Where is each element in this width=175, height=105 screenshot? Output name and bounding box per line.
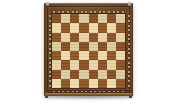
- nail-stud-icon: [62, 11, 64, 13]
- nail-stud-icon: [128, 34, 130, 36]
- square-r6c7[interactable]: [107, 60, 116, 69]
- square-r3c5[interactable]: [89, 33, 98, 42]
- square-r5c6[interactable]: [98, 51, 107, 60]
- square-r1c7[interactable]: [107, 14, 116, 23]
- nail-stud-icon: [128, 66, 130, 68]
- nail-stud-icon: [49, 38, 51, 40]
- nail-stud-icon: [85, 11, 87, 13]
- nail-stud-icon: [49, 66, 51, 68]
- nail-stud-icon: [49, 29, 51, 31]
- nail-stud-icon: [49, 34, 51, 36]
- hinge-icon: [46, 2, 49, 6]
- square-r2c3[interactable]: [70, 23, 79, 32]
- nail-stud-icon: [76, 11, 78, 13]
- nail-stud-icon: [128, 85, 130, 87]
- nail-stud-icon: [108, 11, 110, 13]
- chess-board[interactable]: [44, 3, 133, 96]
- square-r5c3[interactable]: [70, 51, 79, 60]
- square-r4c6[interactable]: [98, 42, 107, 51]
- nail-stud-icon: [128, 38, 130, 40]
- nail-stud-icon: [122, 11, 124, 13]
- square-r7c2[interactable]: [61, 70, 70, 79]
- square-r3c8[interactable]: [116, 33, 125, 42]
- square-r7c6[interactable]: [98, 70, 107, 79]
- square-r3c3[interactable]: [70, 33, 79, 42]
- square-r7c5[interactable]: [89, 70, 98, 79]
- nail-stud-icon: [49, 25, 51, 27]
- nail-stud-icon: [128, 43, 130, 45]
- square-r8c2[interactable]: [61, 79, 70, 88]
- square-r4c3[interactable]: [70, 42, 79, 51]
- square-r1c8[interactable]: [116, 14, 125, 23]
- nail-stud-icon: [49, 80, 51, 82]
- nail-stud-icon: [90, 11, 92, 13]
- square-r2c8[interactable]: [116, 23, 125, 32]
- square-r8c1[interactable]: [52, 79, 61, 88]
- square-r4c8[interactable]: [116, 42, 125, 51]
- square-r6c1[interactable]: [52, 60, 61, 69]
- nail-stud-icon: [128, 52, 130, 54]
- nail-stud-icon: [49, 48, 51, 50]
- square-r5c7[interactable]: [107, 51, 116, 60]
- square-r6c2[interactable]: [61, 60, 70, 69]
- nail-stud-icon: [81, 11, 83, 13]
- nail-stud-icon: [128, 75, 130, 77]
- square-r1c5[interactable]: [89, 14, 98, 23]
- square-r2c1[interactable]: [52, 23, 61, 32]
- square-r5c2[interactable]: [61, 51, 70, 60]
- square-r4c2[interactable]: [61, 42, 70, 51]
- square-r4c7[interactable]: [107, 42, 116, 51]
- nail-stud-icon: [49, 52, 51, 54]
- nail-stud-icon: [128, 29, 130, 31]
- square-r1c2[interactable]: [61, 14, 70, 23]
- nail-stud-icon: [94, 11, 96, 13]
- nail-stud-icon: [113, 11, 115, 13]
- square-r2c4[interactable]: [79, 23, 88, 32]
- square-r5c4[interactable]: [79, 51, 88, 60]
- nail-stud-icon: [67, 11, 69, 13]
- nail-stud-icon: [49, 43, 51, 45]
- nail-stud-icon: [49, 62, 51, 64]
- board-grid: [52, 14, 125, 88]
- square-r8c8[interactable]: [116, 79, 125, 88]
- nail-stud-icon: [49, 85, 51, 87]
- square-r1c6[interactable]: [98, 14, 107, 23]
- square-r1c3[interactable]: [70, 14, 79, 23]
- square-r2c7[interactable]: [107, 23, 116, 32]
- square-r2c6[interactable]: [98, 23, 107, 32]
- nail-stud-icon: [128, 71, 130, 73]
- square-r7c8[interactable]: [116, 70, 125, 79]
- square-r5c1[interactable]: [52, 51, 61, 60]
- square-r6c4[interactable]: [79, 60, 88, 69]
- nail-stud-icon: [128, 48, 130, 50]
- square-r3c6[interactable]: [98, 33, 107, 42]
- square-r1c1[interactable]: [52, 14, 61, 23]
- square-r6c8[interactable]: [116, 60, 125, 69]
- product-photo-scene: [0, 0, 175, 105]
- square-r8c5[interactable]: [89, 79, 98, 88]
- square-r6c3[interactable]: [70, 60, 79, 69]
- square-r3c7[interactable]: [107, 33, 116, 42]
- square-r3c1[interactable]: [52, 33, 61, 42]
- square-r6c5[interactable]: [89, 60, 98, 69]
- square-r8c4[interactable]: [79, 79, 88, 88]
- nail-stud-icon: [103, 11, 105, 13]
- square-r8c3[interactable]: [70, 79, 79, 88]
- nail-stud-icon: [49, 75, 51, 77]
- square-r7c3[interactable]: [70, 70, 79, 79]
- square-r1c4[interactable]: [79, 14, 88, 23]
- nail-stud-icon: [128, 80, 130, 82]
- nail-stud-icon: [72, 11, 74, 13]
- nail-stud-icon: [53, 11, 55, 13]
- square-r4c1[interactable]: [52, 42, 61, 51]
- board-foot: [129, 95, 132, 98]
- square-r8c6[interactable]: [98, 79, 107, 88]
- nail-stud-icon: [117, 11, 119, 13]
- box-side-edge: [45, 92, 132, 96]
- square-r8c7[interactable]: [107, 79, 116, 88]
- nail-stud-icon: [128, 57, 130, 59]
- square-r7c1[interactable]: [52, 70, 61, 79]
- nail-stud-icon: [49, 15, 51, 17]
- nail-stud-icon: [49, 71, 51, 73]
- nail-stud-icon: [128, 15, 130, 17]
- board-foot: [45, 95, 48, 98]
- square-r3c2[interactable]: [61, 33, 70, 42]
- nail-stud-icon: [99, 11, 101, 13]
- nail-stud-icon: [128, 62, 130, 64]
- square-r3c4[interactable]: [79, 33, 88, 42]
- square-r5c5[interactable]: [89, 51, 98, 60]
- square-r2c5[interactable]: [89, 23, 98, 32]
- square-r5c8[interactable]: [116, 51, 125, 60]
- hinge-icon: [128, 2, 131, 6]
- nail-stud-icon: [128, 20, 130, 22]
- square-r7c7[interactable]: [107, 70, 116, 79]
- square-r2c2[interactable]: [61, 23, 70, 32]
- square-r6c6[interactable]: [98, 60, 107, 69]
- square-r7c4[interactable]: [79, 70, 88, 79]
- nail-stud-icon: [49, 57, 51, 59]
- nail-stud-icon: [49, 20, 51, 22]
- nail-stud-icon: [128, 25, 130, 27]
- square-r4c4[interactable]: [79, 42, 88, 51]
- square-r4c5[interactable]: [89, 42, 98, 51]
- nail-stud-icon: [58, 11, 60, 13]
